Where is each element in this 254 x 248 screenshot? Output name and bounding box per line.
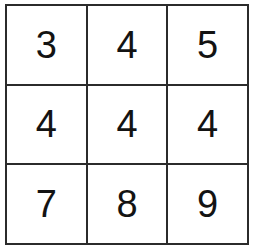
cell-r1-c2[interactable]: 4 xyxy=(168,86,247,164)
cell-r1-c0[interactable]: 4 xyxy=(7,86,86,164)
cell-r2-c1[interactable]: 8 xyxy=(88,165,167,243)
cell-r0-c1[interactable]: 4 xyxy=(88,6,167,84)
cell-r0-c0[interactable]: 3 xyxy=(7,6,86,84)
cell-r1-c1[interactable]: 4 xyxy=(88,86,167,164)
number-grid-board: 3 4 5 4 4 4 7 8 9 xyxy=(5,4,249,245)
puzzle-grid: 3 4 5 4 4 4 7 8 9 xyxy=(5,4,249,245)
cell-r2-c0[interactable]: 7 xyxy=(7,165,86,243)
cell-r2-c2[interactable]: 9 xyxy=(168,165,247,243)
cell-r0-c2[interactable]: 5 xyxy=(168,6,247,84)
